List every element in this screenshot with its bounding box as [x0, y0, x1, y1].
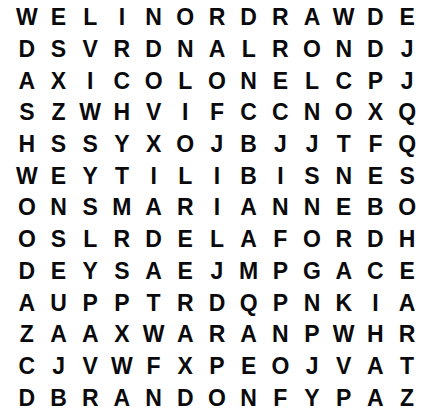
- grid-cell[interactable]: R: [391, 319, 423, 351]
- grid-cell[interactable]: S: [391, 160, 423, 192]
- grid-cell[interactable]: J: [201, 256, 233, 288]
- grid-cell[interactable]: U: [43, 287, 75, 319]
- grid-cell[interactable]: A: [296, 2, 328, 34]
- grid-cell[interactable]: S: [43, 224, 75, 256]
- grid-cell[interactable]: J: [296, 351, 328, 383]
- grid-cell[interactable]: E: [43, 2, 75, 34]
- grid-cell[interactable]: J: [391, 65, 423, 97]
- grid-cell[interactable]: D: [233, 2, 265, 34]
- grid-cell[interactable]: E: [360, 160, 392, 192]
- grid-cell[interactable]: X: [43, 65, 75, 97]
- grid-cell[interactable]: Y: [74, 256, 106, 288]
- grid-cell[interactable]: W: [328, 2, 360, 34]
- grid-cell[interactable]: N: [169, 34, 201, 66]
- grid-cell[interactable]: O: [265, 351, 297, 383]
- grid-cell[interactable]: Z: [391, 382, 423, 414]
- grid-cell[interactable]: O: [296, 224, 328, 256]
- grid-cell[interactable]: L: [74, 224, 106, 256]
- grid-cell[interactable]: A: [360, 351, 392, 383]
- grid-cell[interactable]: R: [201, 319, 233, 351]
- grid-cell[interactable]: W: [138, 319, 170, 351]
- grid-cell[interactable]: E: [233, 351, 265, 383]
- grid-cell[interactable]: E: [169, 224, 201, 256]
- grid-cell[interactable]: I: [169, 97, 201, 129]
- grid-cell[interactable]: E: [265, 65, 297, 97]
- grid-cell[interactable]: A: [233, 319, 265, 351]
- grid-cell[interactable]: F: [201, 97, 233, 129]
- grid-cell[interactable]: T: [106, 160, 138, 192]
- grid-cell[interactable]: N: [296, 97, 328, 129]
- grid-cell[interactable]: P: [296, 319, 328, 351]
- grid-cell[interactable]: Z: [11, 319, 43, 351]
- grid-cell[interactable]: O: [296, 34, 328, 66]
- grid-cell[interactable]: H: [11, 129, 43, 161]
- grid-cell[interactable]: A: [391, 287, 423, 319]
- grid-cell[interactable]: C: [265, 97, 297, 129]
- grid-cell[interactable]: S: [106, 256, 138, 288]
- grid-cell[interactable]: Y: [296, 382, 328, 414]
- grid-cell[interactable]: W: [11, 2, 43, 34]
- grid-cell[interactable]: P: [106, 287, 138, 319]
- grid-cell[interactable]: D: [360, 2, 392, 34]
- grid-cell[interactable]: D: [169, 382, 201, 414]
- grid-cell[interactable]: A: [11, 65, 43, 97]
- grid-cell[interactable]: N: [328, 34, 360, 66]
- grid-cell[interactable]: O: [11, 192, 43, 224]
- grid-cell[interactable]: L: [296, 65, 328, 97]
- grid-cell[interactable]: N: [296, 287, 328, 319]
- grid-cell[interactable]: A: [328, 256, 360, 288]
- grid-cell[interactable]: V: [328, 351, 360, 383]
- grid-cell[interactable]: S: [11, 97, 43, 129]
- grid-cell[interactable]: A: [201, 34, 233, 66]
- grid-cell[interactable]: E: [391, 2, 423, 34]
- grid-cell[interactable]: P: [265, 256, 297, 288]
- grid-cell[interactable]: O: [11, 224, 43, 256]
- grid-cell[interactable]: W: [328, 319, 360, 351]
- grid-cell[interactable]: R: [106, 224, 138, 256]
- grid-cell[interactable]: T: [138, 287, 170, 319]
- grid-cell[interactable]: N: [43, 192, 75, 224]
- grid-cell[interactable]: S: [74, 129, 106, 161]
- grid-cell[interactable]: R: [74, 382, 106, 414]
- grid-cell[interactable]: L: [201, 224, 233, 256]
- grid-cell[interactable]: W: [106, 351, 138, 383]
- grid-cell[interactable]: A: [138, 192, 170, 224]
- grid-cell[interactable]: I: [265, 160, 297, 192]
- grid-cell[interactable]: I: [360, 287, 392, 319]
- grid-cell[interactable]: D: [11, 256, 43, 288]
- grid-cell[interactable]: W: [74, 97, 106, 129]
- grid-cell[interactable]: I: [106, 2, 138, 34]
- grid-cell[interactable]: A: [233, 192, 265, 224]
- word-search-board: WELINORDRAWDEDSVRDNALRONDJAXICOLONELCPJS…: [11, 2, 423, 414]
- grid-cell[interactable]: R: [265, 2, 297, 34]
- grid-cell[interactable]: D: [201, 287, 233, 319]
- grid-cell[interactable]: C: [233, 97, 265, 129]
- grid-cell[interactable]: E: [391, 256, 423, 288]
- grid-cell[interactable]: D: [138, 34, 170, 66]
- grid-cell[interactable]: C: [360, 256, 392, 288]
- grid-cell[interactable]: S: [74, 192, 106, 224]
- grid-cell[interactable]: L: [74, 2, 106, 34]
- grid-cell[interactable]: A: [169, 319, 201, 351]
- grid-cell[interactable]: Q: [391, 129, 423, 161]
- grid-cell[interactable]: A: [43, 319, 75, 351]
- grid-cell[interactable]: I: [201, 192, 233, 224]
- grid-cell[interactable]: T: [391, 351, 423, 383]
- grid-cell[interactable]: O: [169, 2, 201, 34]
- grid-cell[interactable]: E: [43, 160, 75, 192]
- grid-cell[interactable]: K: [328, 287, 360, 319]
- grid-cell[interactable]: F: [265, 224, 297, 256]
- grid-cell[interactable]: N: [265, 192, 297, 224]
- grid-cell[interactable]: E: [169, 256, 201, 288]
- grid-cell[interactable]: H: [106, 97, 138, 129]
- grid-cell[interactable]: D: [360, 34, 392, 66]
- grid-cell[interactable]: J: [391, 34, 423, 66]
- grid-cell[interactable]: E: [43, 256, 75, 288]
- grid-cell[interactable]: D: [360, 224, 392, 256]
- grid-cell[interactable]: P: [201, 351, 233, 383]
- grid-cell[interactable]: L: [169, 160, 201, 192]
- grid-cell[interactable]: F: [138, 351, 170, 383]
- grid-cell[interactable]: O: [169, 129, 201, 161]
- grid-cell[interactable]: E: [328, 192, 360, 224]
- grid-cell[interactable]: D: [11, 382, 43, 414]
- grid-cell[interactable]: D: [138, 224, 170, 256]
- grid-cell[interactable]: J: [201, 129, 233, 161]
- grid-cell[interactable]: F: [265, 382, 297, 414]
- grid-cell[interactable]: N: [138, 2, 170, 34]
- grid-cell[interactable]: L: [169, 65, 201, 97]
- grid-cell[interactable]: S: [43, 129, 75, 161]
- grid-cell[interactable]: J: [296, 129, 328, 161]
- grid-cell[interactable]: R: [201, 2, 233, 34]
- grid-cell[interactable]: X: [360, 97, 392, 129]
- grid-cell[interactable]: N: [233, 65, 265, 97]
- grid-cell[interactable]: O: [138, 65, 170, 97]
- grid-cell[interactable]: A: [233, 224, 265, 256]
- grid-cell[interactable]: M: [106, 192, 138, 224]
- grid-cell[interactable]: A: [138, 256, 170, 288]
- grid-cell[interactable]: B: [43, 382, 75, 414]
- grid-cell[interactable]: O: [201, 65, 233, 97]
- grid-cell[interactable]: V: [74, 351, 106, 383]
- grid-cell[interactable]: S: [43, 34, 75, 66]
- grid-cell[interactable]: X: [106, 319, 138, 351]
- grid-cell[interactable]: Q: [233, 287, 265, 319]
- grid-cell[interactable]: N: [265, 319, 297, 351]
- grid-cell[interactable]: C: [328, 65, 360, 97]
- grid-cell[interactable]: N: [233, 382, 265, 414]
- grid-cell[interactable]: H: [391, 224, 423, 256]
- grid-cell[interactable]: Q: [391, 97, 423, 129]
- grid-cell[interactable]: G: [296, 256, 328, 288]
- grid-cell[interactable]: Y: [106, 129, 138, 161]
- grid-cell[interactable]: A: [11, 287, 43, 319]
- grid-cell[interactable]: W: [11, 160, 43, 192]
- grid-cell[interactable]: Z: [43, 97, 75, 129]
- grid-cell[interactable]: B: [233, 129, 265, 161]
- grid-cell[interactable]: A: [360, 382, 392, 414]
- grid-cell[interactable]: C: [106, 65, 138, 97]
- grid-cell[interactable]: V: [74, 34, 106, 66]
- grid-cell[interactable]: R: [169, 192, 201, 224]
- grid-cell[interactable]: P: [74, 287, 106, 319]
- grid-cell[interactable]: V: [138, 97, 170, 129]
- grid-cell[interactable]: J: [265, 129, 297, 161]
- grid-cell[interactable]: X: [169, 351, 201, 383]
- grid-cell[interactable]: S: [296, 160, 328, 192]
- grid-cell[interactable]: T: [328, 129, 360, 161]
- grid-cell[interactable]: R: [169, 287, 201, 319]
- grid-cell[interactable]: P: [360, 65, 392, 97]
- grid-cell[interactable]: R: [106, 34, 138, 66]
- grid-cell[interactable]: A: [106, 382, 138, 414]
- grid-cell[interactable]: J: [43, 351, 75, 383]
- grid-cell[interactable]: C: [11, 351, 43, 383]
- grid-cell[interactable]: M: [233, 256, 265, 288]
- grid-cell[interactable]: N: [328, 160, 360, 192]
- grid-cell[interactable]: P: [265, 287, 297, 319]
- grid-cell[interactable]: N: [296, 192, 328, 224]
- grid-cell[interactable]: O: [201, 382, 233, 414]
- grid-cell[interactable]: I: [138, 160, 170, 192]
- grid-cell[interactable]: O: [391, 192, 423, 224]
- grid-cell[interactable]: O: [328, 97, 360, 129]
- grid-cell[interactable]: R: [328, 224, 360, 256]
- grid-cell[interactable]: R: [265, 34, 297, 66]
- grid-cell[interactable]: L: [233, 34, 265, 66]
- grid-cell[interactable]: B: [233, 160, 265, 192]
- grid-cell[interactable]: F: [360, 129, 392, 161]
- grid-cell[interactable]: B: [360, 192, 392, 224]
- grid-cell[interactable]: I: [74, 65, 106, 97]
- grid-cell[interactable]: P: [328, 382, 360, 414]
- grid-cell[interactable]: I: [201, 160, 233, 192]
- grid-cell[interactable]: N: [138, 382, 170, 414]
- grid-cell[interactable]: D: [11, 34, 43, 66]
- grid-cell[interactable]: X: [138, 129, 170, 161]
- grid-cell[interactable]: A: [74, 319, 106, 351]
- grid-cell[interactable]: H: [360, 319, 392, 351]
- grid-cell[interactable]: Y: [74, 160, 106, 192]
